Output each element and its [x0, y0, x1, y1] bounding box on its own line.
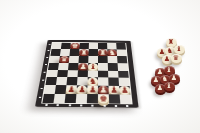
- square-g6[interactable]: [108, 56, 118, 63]
- square-c2[interactable]: ♟: [66, 85, 77, 94]
- square-h5[interactable]: [118, 63, 129, 71]
- piece-maroon-queen[interactable]: ♛: [59, 56, 69, 63]
- square-f5[interactable]: [98, 63, 108, 71]
- square-d2[interactable]: ♟: [76, 85, 87, 94]
- frame-coordinate-marks-bottom: [45, 104, 128, 106]
- chess-board: ♚♜♜♞♛♟♝♞♟♟♟♟♟♟♚: [35, 40, 139, 108]
- square-d1[interactable]: [76, 94, 87, 103]
- square-h1[interactable]: [120, 94, 132, 103]
- piece-cream-pawn[interactable]: ♟: [109, 86, 120, 95]
- captured-cream-bishop[interactable]: ♝: [174, 45, 185, 54]
- cream-bishop-glyph: ♝: [174, 45, 185, 54]
- piece-cream-pawn[interactable]: ♟: [77, 85, 88, 94]
- square-c1[interactable]: [65, 94, 77, 103]
- photo-canvas: ♚♜♜♞♛♟♝♞♟♟♟♟♟♟♚ ♜♟♞♝♟♛ ♟♝♟♞♟♟♝: [0, 0, 200, 133]
- maroon-bishop-glyph: ♝: [164, 82, 175, 91]
- piece-maroon-pawn[interactable]: ♟: [78, 63, 88, 71]
- square-e2[interactable]: ♟: [87, 85, 98, 94]
- square-g1[interactable]: [109, 94, 120, 103]
- board-frame: ♚♜♜♞♛♟♝♞♟♟♟♟♟♟♚: [35, 40, 139, 108]
- square-c5[interactable]: [68, 63, 79, 71]
- piece-cream-bishop[interactable]: ♝: [88, 63, 98, 71]
- square-c6[interactable]: [69, 56, 79, 63]
- square-f6[interactable]: [98, 56, 108, 63]
- square-h2[interactable]: ♟: [119, 86, 130, 95]
- square-h6[interactable]: [117, 56, 127, 63]
- square-g5[interactable]: [108, 63, 118, 71]
- piece-cream-pawn[interactable]: ♟: [119, 86, 130, 95]
- square-d5[interactable]: ♟: [78, 63, 88, 71]
- board-grid: ♚♜♜♞♛♟♝♞♟♟♟♟♟♟♚: [41, 42, 132, 104]
- square-f1[interactable]: ♚: [98, 94, 109, 103]
- captured-cream-queen[interactable]: ♛: [171, 54, 182, 63]
- captured-maroon-bishop[interactable]: ♝: [164, 82, 175, 91]
- square-g2[interactable]: ♟: [109, 86, 120, 95]
- piece-cream-king[interactable]: ♚: [98, 94, 109, 103]
- piece-cream-pawn[interactable]: ♟: [66, 85, 77, 94]
- cream-queen-glyph: ♛: [171, 54, 182, 63]
- piece-cream-pawn[interactable]: ♟: [87, 85, 97, 94]
- square-e5[interactable]: ♝: [88, 63, 98, 71]
- square-e1[interactable]: [87, 94, 98, 103]
